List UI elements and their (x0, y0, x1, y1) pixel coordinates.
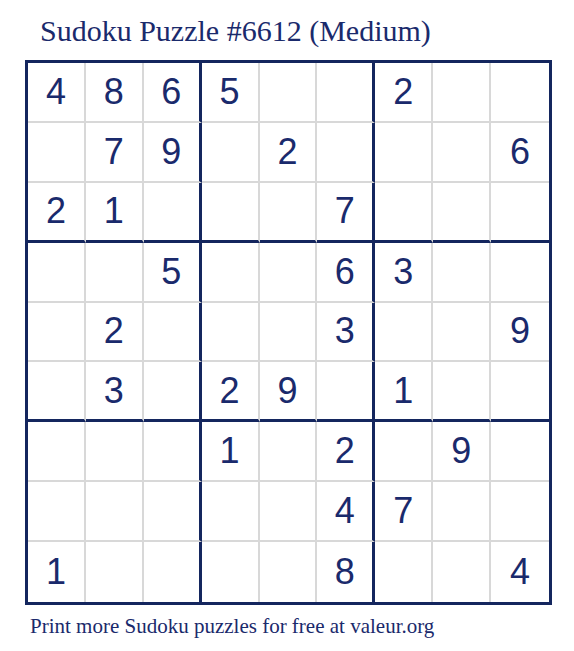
cell-r7c5-empty (260, 422, 318, 482)
cell-r5c3-empty (144, 303, 202, 363)
cell-r8c6-given-4: 4 (317, 482, 375, 542)
cell-r7c2-empty (86, 422, 144, 482)
cell-r4c9-empty (491, 243, 549, 303)
cell-r4c7-given-3: 3 (375, 243, 433, 303)
cell-r1c5-empty (260, 63, 318, 123)
cell-r7c9-empty (491, 422, 549, 482)
cell-r6c7-given-1: 1 (375, 362, 433, 422)
cell-r9c6-given-8: 8 (317, 542, 375, 602)
cell-r6c4-given-2: 2 (202, 362, 260, 422)
cell-r4c3-given-5: 5 (144, 243, 202, 303)
cell-r9c9-given-4: 4 (491, 542, 549, 602)
cell-r8c7-given-7: 7 (375, 482, 433, 542)
cell-r5c5-empty (260, 303, 318, 363)
cell-r6c2-given-3: 3 (86, 362, 144, 422)
cell-r3c6-given-7: 7 (317, 183, 375, 243)
cell-r3c7-empty (375, 183, 433, 243)
cell-r5c4-empty (202, 303, 260, 363)
cell-r4c2-empty (86, 243, 144, 303)
cell-r1c7-given-2: 2 (375, 63, 433, 123)
cell-r6c9-empty (491, 362, 549, 422)
cell-r5c6-given-3: 3 (317, 303, 375, 363)
cell-r7c4-given-1: 1 (202, 422, 260, 482)
cell-r5c8-empty (433, 303, 491, 363)
cell-r8c4-empty (202, 482, 260, 542)
cell-r4c5-empty (260, 243, 318, 303)
cell-r2c7-empty (375, 123, 433, 183)
cell-r3c2-given-1: 1 (86, 183, 144, 243)
cell-r5c1-empty (28, 303, 86, 363)
cell-r8c5-empty (260, 482, 318, 542)
cell-r2c1-empty (28, 123, 86, 183)
cell-r3c3-empty (144, 183, 202, 243)
cell-r2c3-given-9: 9 (144, 123, 202, 183)
cell-r1c9-empty (491, 63, 549, 123)
cell-r2c9-given-6: 6 (491, 123, 549, 183)
cell-r4c4-empty (202, 243, 260, 303)
cell-r7c8-given-9: 9 (433, 422, 491, 482)
page-title: Sudoku Puzzle #6612 (Medium) (40, 14, 431, 48)
cell-r7c3-empty (144, 422, 202, 482)
cell-r9c1-given-1: 1 (28, 542, 86, 602)
cell-r6c3-empty (144, 362, 202, 422)
cell-r6c1-empty (28, 362, 86, 422)
cell-r3c9-empty (491, 183, 549, 243)
cell-r8c1-empty (28, 482, 86, 542)
cell-r7c1-empty (28, 422, 86, 482)
sudoku-board: 486527926217563239329112947184 (25, 60, 552, 605)
footer-text: Print more Sudoku puzzles for free at va… (30, 614, 434, 639)
cell-r9c8-empty (433, 542, 491, 602)
cell-r9c3-empty (144, 542, 202, 602)
cell-r3c4-empty (202, 183, 260, 243)
cell-r6c5-given-9: 9 (260, 362, 318, 422)
cell-r1c4-given-5: 5 (202, 63, 260, 123)
sudoku-page: Sudoku Puzzle #6612 (Medium) 48652792621… (0, 0, 574, 651)
cell-r1c6-empty (317, 63, 375, 123)
cell-r1c3-given-6: 6 (144, 63, 202, 123)
cell-r1c2-given-8: 8 (86, 63, 144, 123)
cell-r1c8-empty (433, 63, 491, 123)
cell-r7c6-given-2: 2 (317, 422, 375, 482)
cell-r2c4-empty (202, 123, 260, 183)
cell-r3c5-empty (260, 183, 318, 243)
cell-r2c5-given-2: 2 (260, 123, 318, 183)
cell-r8c9-empty (491, 482, 549, 542)
cell-r1c1-given-4: 4 (28, 63, 86, 123)
cell-r2c8-empty (433, 123, 491, 183)
cell-r6c8-empty (433, 362, 491, 422)
cell-r6c6-empty (317, 362, 375, 422)
cell-r3c1-given-2: 2 (28, 183, 86, 243)
cell-r4c1-empty (28, 243, 86, 303)
cell-r8c8-empty (433, 482, 491, 542)
cell-r8c3-empty (144, 482, 202, 542)
cell-r7c7-empty (375, 422, 433, 482)
cell-r4c8-empty (433, 243, 491, 303)
cell-r8c2-empty (86, 482, 144, 542)
cell-r5c7-empty (375, 303, 433, 363)
cell-r5c9-given-9: 9 (491, 303, 549, 363)
cell-r5c2-given-2: 2 (86, 303, 144, 363)
cell-r9c4-empty (202, 542, 260, 602)
cell-r9c2-empty (86, 542, 144, 602)
cell-r4c6-given-6: 6 (317, 243, 375, 303)
cell-r2c2-given-7: 7 (86, 123, 144, 183)
cell-r2c6-empty (317, 123, 375, 183)
cell-r3c8-empty (433, 183, 491, 243)
cell-r9c7-empty (375, 542, 433, 602)
cell-r9c5-empty (260, 542, 318, 602)
